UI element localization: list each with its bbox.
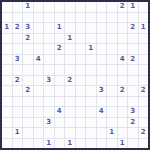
empty-cell-r1c2[interactable] xyxy=(23,13,33,23)
empty-cell-r9c7[interactable] xyxy=(76,97,86,107)
clue-cell-r13c4: 1 xyxy=(44,139,54,149)
empty-cell-r7c8[interactable] xyxy=(86,76,96,86)
empty-cell-r9c6[interactable] xyxy=(65,97,75,107)
empty-cell-r8c5[interactable] xyxy=(55,86,65,96)
empty-cell-r11c1[interactable] xyxy=(13,118,23,128)
empty-cell-r11c10[interactable] xyxy=(107,118,117,128)
empty-cell-r7c3[interactable] xyxy=(34,76,44,86)
empty-cell-r5c8[interactable] xyxy=(86,55,96,65)
empty-cell-r10c6[interactable] xyxy=(65,107,75,117)
clue-cell-r5c1: 3 xyxy=(13,55,23,65)
clue-cell-r5c3: 4 xyxy=(34,55,44,65)
clue-cell-r0c2: 1 xyxy=(23,2,33,12)
clue-cell-r13c11: 1 xyxy=(118,139,128,149)
empty-cell-r8c7[interactable] xyxy=(76,86,86,96)
empty-cell-r9c10[interactable] xyxy=(107,97,117,107)
empty-cell-r13c13[interactable] xyxy=(139,139,149,149)
empty-cell-r4c3[interactable] xyxy=(34,44,44,54)
empty-cell-r6c7[interactable] xyxy=(76,65,86,75)
empty-cell-r5c5[interactable] xyxy=(55,55,65,65)
empty-cell-r12c0[interactable] xyxy=(2,128,12,138)
empty-cell-r1c7[interactable] xyxy=(76,13,86,23)
empty-cell-r3c10[interactable] xyxy=(107,34,117,44)
empty-cell-r6c1[interactable] xyxy=(13,65,23,75)
empty-cell-r2c9[interactable] xyxy=(97,23,107,33)
empty-cell-r1c10[interactable] xyxy=(107,13,117,23)
empty-cell-r7c9[interactable] xyxy=(97,76,107,86)
empty-cell-r6c8[interactable] xyxy=(86,65,96,75)
empty-cell-r9c3[interactable] xyxy=(34,97,44,107)
empty-cell-r10c2[interactable] xyxy=(23,107,33,117)
empty-cell-r6c2[interactable] xyxy=(23,65,33,75)
empty-cell-r4c7[interactable] xyxy=(76,44,86,54)
clue-cell-r3c2: 2 xyxy=(23,34,33,44)
empty-cell-r3c4[interactable] xyxy=(44,34,54,44)
empty-cell-r8c3[interactable] xyxy=(34,86,44,96)
empty-cell-r10c13[interactable] xyxy=(139,107,149,117)
empty-cell-r11c7[interactable] xyxy=(76,118,86,128)
empty-cell-r0c1[interactable] xyxy=(13,2,23,12)
empty-cell-r2c8[interactable] xyxy=(86,23,96,33)
empty-cell-r10c3[interactable] xyxy=(34,107,44,117)
empty-cell-r8c0[interactable] xyxy=(2,86,12,96)
clue-cell-r0c11: 2 xyxy=(118,2,128,12)
empty-cell-r1c4[interactable] xyxy=(44,13,54,23)
empty-cell-r11c9[interactable] xyxy=(97,118,107,128)
empty-cell-r1c0[interactable] xyxy=(2,13,12,23)
empty-cell-r11c5[interactable] xyxy=(55,118,65,128)
empty-cell-r2c10[interactable] xyxy=(107,23,117,33)
empty-cell-r12c7[interactable] xyxy=(76,128,86,138)
empty-cell-r3c7[interactable] xyxy=(76,34,86,44)
empty-cell-r10c8[interactable] xyxy=(86,107,96,117)
empty-cell-r12c9[interactable] xyxy=(97,128,107,138)
empty-cell-r6c5[interactable] xyxy=(55,65,65,75)
empty-cell-r0c7[interactable] xyxy=(76,2,86,12)
empty-cell-r12c6[interactable] xyxy=(65,128,75,138)
empty-cell-r9c2[interactable] xyxy=(23,97,33,107)
empty-cell-r8c8[interactable] xyxy=(86,86,96,96)
empty-cell-r8c10[interactable] xyxy=(107,86,117,96)
empty-cell-r3c13[interactable] xyxy=(139,34,149,44)
empty-cell-r5c2[interactable] xyxy=(23,55,33,65)
empty-cell-r5c4[interactable] xyxy=(44,55,54,65)
empty-cell-r11c3[interactable] xyxy=(34,118,44,128)
empty-cell-r5c9[interactable] xyxy=(97,55,107,65)
empty-cell-r1c9[interactable] xyxy=(97,13,107,23)
empty-cell-r0c0[interactable] xyxy=(2,2,12,12)
empty-cell-r13c3[interactable] xyxy=(34,139,44,149)
empty-cell-r4c13[interactable] xyxy=(139,44,149,54)
empty-cell-r3c11[interactable] xyxy=(118,34,128,44)
empty-cell-r13c10[interactable] xyxy=(107,139,117,149)
empty-cell-r9c12[interactable] xyxy=(128,97,138,107)
empty-cell-r13c1[interactable] xyxy=(13,139,23,149)
empty-cell-r6c9[interactable] xyxy=(97,65,107,75)
minesweeper-board: 12112312121213442232232244332112111 xyxy=(0,0,150,150)
empty-cell-r13c0[interactable] xyxy=(2,139,12,149)
empty-cell-r12c11[interactable] xyxy=(118,128,128,138)
empty-cell-r8c4[interactable] xyxy=(44,86,54,96)
empty-cell-r3c12[interactable] xyxy=(128,34,138,44)
empty-cell-r11c13[interactable] xyxy=(139,118,149,128)
empty-cell-r7c7[interactable] xyxy=(76,76,86,86)
empty-cell-r4c0[interactable] xyxy=(2,44,12,54)
empty-cell-r9c1[interactable] xyxy=(13,97,23,107)
clue-cell-r5c11: 4 xyxy=(118,55,128,65)
empty-cell-r9c8[interactable] xyxy=(86,97,96,107)
clue-cell-r7c1: 2 xyxy=(13,76,23,86)
empty-cell-r13c2[interactable] xyxy=(23,139,33,149)
empty-cell-r1c6[interactable] xyxy=(65,13,75,23)
empty-cell-r11c2[interactable] xyxy=(23,118,33,128)
clue-cell-r13c6: 1 xyxy=(65,139,75,149)
empty-cell-r10c7[interactable] xyxy=(76,107,86,117)
empty-cell-r0c6[interactable] xyxy=(65,2,75,12)
empty-cell-r7c10[interactable] xyxy=(107,76,117,86)
empty-cell-r12c8[interactable] xyxy=(86,128,96,138)
empty-cell-r4c2[interactable] xyxy=(23,44,33,54)
empty-cell-r9c9[interactable] xyxy=(97,97,107,107)
clue-cell-r2c2: 3 xyxy=(23,23,33,33)
empty-cell-r3c8[interactable] xyxy=(86,34,96,44)
empty-cell-r4c9[interactable] xyxy=(97,44,107,54)
empty-cell-r10c1[interactable] xyxy=(13,107,23,117)
empty-cell-r4c10[interactable] xyxy=(107,44,117,54)
empty-cell-r13c8[interactable] xyxy=(86,139,96,149)
empty-cell-r7c13[interactable] xyxy=(139,76,149,86)
empty-cell-r10c10[interactable] xyxy=(107,107,117,117)
empty-cell-r0c5[interactable] xyxy=(55,2,65,12)
clue-cell-r2c0: 1 xyxy=(2,23,12,33)
clue-cell-r8c11: 2 xyxy=(118,86,128,96)
empty-cell-r2c7[interactable] xyxy=(76,23,86,33)
empty-cell-r5c13[interactable] xyxy=(139,55,149,65)
empty-cell-r6c4[interactable] xyxy=(44,65,54,75)
empty-cell-r8c12[interactable] xyxy=(128,86,138,96)
clue-cell-r11c12: 2 xyxy=(128,118,138,128)
empty-cell-r8c1[interactable] xyxy=(13,86,23,96)
clue-cell-r10c5: 4 xyxy=(55,107,65,117)
clue-cell-r4c5: 2 xyxy=(55,44,65,54)
empty-cell-r6c11[interactable] xyxy=(118,65,128,75)
empty-cell-r3c3[interactable] xyxy=(34,34,44,44)
empty-cell-r6c13[interactable] xyxy=(139,65,149,75)
empty-cell-r5c7[interactable] xyxy=(76,55,86,65)
clue-cell-r0c12: 1 xyxy=(128,2,138,12)
empty-cell-r11c0[interactable] xyxy=(2,118,12,128)
clue-cell-r12c13: 2 xyxy=(139,128,149,138)
empty-cell-r1c11[interactable] xyxy=(118,13,128,23)
empty-cell-r7c0[interactable] xyxy=(2,76,12,86)
empty-cell-r4c6[interactable] xyxy=(65,44,75,54)
empty-cell-r3c0[interactable] xyxy=(2,34,12,44)
clue-cell-r4c8: 1 xyxy=(86,44,96,54)
empty-cell-r4c4[interactable] xyxy=(44,44,54,54)
empty-cell-r4c11[interactable] xyxy=(118,44,128,54)
empty-cell-r2c6[interactable] xyxy=(65,23,75,33)
clue-cell-r10c9: 4 xyxy=(97,107,107,117)
clue-cell-r8c2: 2 xyxy=(23,86,33,96)
clue-cell-r2c1: 2 xyxy=(13,23,23,33)
empty-cell-r5c6[interactable] xyxy=(65,55,75,65)
empty-cell-r10c4[interactable] xyxy=(44,107,54,117)
empty-cell-r2c4[interactable] xyxy=(44,23,54,33)
empty-cell-r10c0[interactable] xyxy=(2,107,12,117)
empty-cell-r3c5[interactable] xyxy=(55,34,65,44)
clue-cell-r5c12: 2 xyxy=(128,55,138,65)
empty-cell-r0c9[interactable] xyxy=(97,2,107,12)
clue-cell-r7c6: 2 xyxy=(65,76,75,86)
empty-cell-r9c4[interactable] xyxy=(44,97,54,107)
empty-cell-r10c11[interactable] xyxy=(118,107,128,117)
empty-cell-r12c5[interactable] xyxy=(55,128,65,138)
clue-cell-r3c6: 1 xyxy=(65,34,75,44)
empty-cell-r12c3[interactable] xyxy=(34,128,44,138)
clue-cell-r2c13: 1 xyxy=(139,23,149,33)
empty-cell-r2c11[interactable] xyxy=(118,23,128,33)
empty-cell-r9c11[interactable] xyxy=(118,97,128,107)
empty-cell-r3c1[interactable] xyxy=(13,34,23,44)
empty-cell-r0c10[interactable] xyxy=(107,2,117,12)
clue-cell-r11c4: 3 xyxy=(44,118,54,128)
clue-cell-r12c1: 1 xyxy=(13,128,23,138)
empty-cell-r0c8[interactable] xyxy=(86,2,96,12)
empty-cell-r6c12[interactable] xyxy=(128,65,138,75)
empty-cell-r1c8[interactable] xyxy=(86,13,96,23)
clue-cell-r7c4: 3 xyxy=(44,76,54,86)
clue-cell-r8c13: 2 xyxy=(139,86,149,96)
empty-cell-r12c4[interactable] xyxy=(44,128,54,138)
empty-cell-r5c0[interactable] xyxy=(2,55,12,65)
empty-cell-r1c5[interactable] xyxy=(55,13,65,23)
empty-cell-r0c4[interactable] xyxy=(44,2,54,12)
empty-cell-r11c8[interactable] xyxy=(86,118,96,128)
empty-cell-r7c11[interactable] xyxy=(118,76,128,86)
empty-cell-r4c1[interactable] xyxy=(13,44,23,54)
empty-cell-r12c12[interactable] xyxy=(128,128,138,138)
empty-cell-r1c13[interactable] xyxy=(139,13,149,23)
empty-cell-r7c12[interactable] xyxy=(128,76,138,86)
empty-cell-r13c7[interactable] xyxy=(76,139,86,149)
empty-cell-r0c13[interactable] xyxy=(139,2,149,12)
empty-cell-r12c2[interactable] xyxy=(23,128,33,138)
empty-cell-r9c13[interactable] xyxy=(139,97,149,107)
empty-cell-r6c10[interactable] xyxy=(107,65,117,75)
empty-cell-r1c1[interactable] xyxy=(13,13,23,23)
clue-cell-r8c9: 3 xyxy=(97,86,107,96)
empty-cell-r9c5[interactable] xyxy=(55,97,65,107)
clue-cell-r2c12: 2 xyxy=(128,23,138,33)
empty-cell-r0c3[interactable] xyxy=(34,2,44,12)
empty-cell-r7c5[interactable] xyxy=(55,76,65,86)
empty-cell-r2c3[interactable] xyxy=(34,23,44,33)
empty-cell-r8c6[interactable] xyxy=(65,86,75,96)
empty-cell-r13c9[interactable] xyxy=(97,139,107,149)
empty-cell-r6c0[interactable] xyxy=(2,65,12,75)
empty-cell-r11c11[interactable] xyxy=(118,118,128,128)
clue-cell-r2c5: 1 xyxy=(55,23,65,33)
empty-cell-r6c3[interactable] xyxy=(34,65,44,75)
empty-cell-r4c12[interactable] xyxy=(128,44,138,54)
empty-cell-r13c12[interactable] xyxy=(128,139,138,149)
clue-cell-r12c10: 1 xyxy=(107,128,117,138)
empty-cell-r9c0[interactable] xyxy=(2,97,12,107)
empty-cell-r1c12[interactable] xyxy=(128,13,138,23)
clue-cell-r10c12: 3 xyxy=(128,107,138,117)
empty-cell-r3c9[interactable] xyxy=(97,34,107,44)
empty-cell-r11c6[interactable] xyxy=(65,118,75,128)
empty-cell-r13c5[interactable] xyxy=(55,139,65,149)
empty-cell-r6c6[interactable] xyxy=(65,65,75,75)
empty-cell-r5c10[interactable] xyxy=(107,55,117,65)
empty-cell-r7c2[interactable] xyxy=(23,76,33,86)
empty-cell-r1c3[interactable] xyxy=(34,13,44,23)
